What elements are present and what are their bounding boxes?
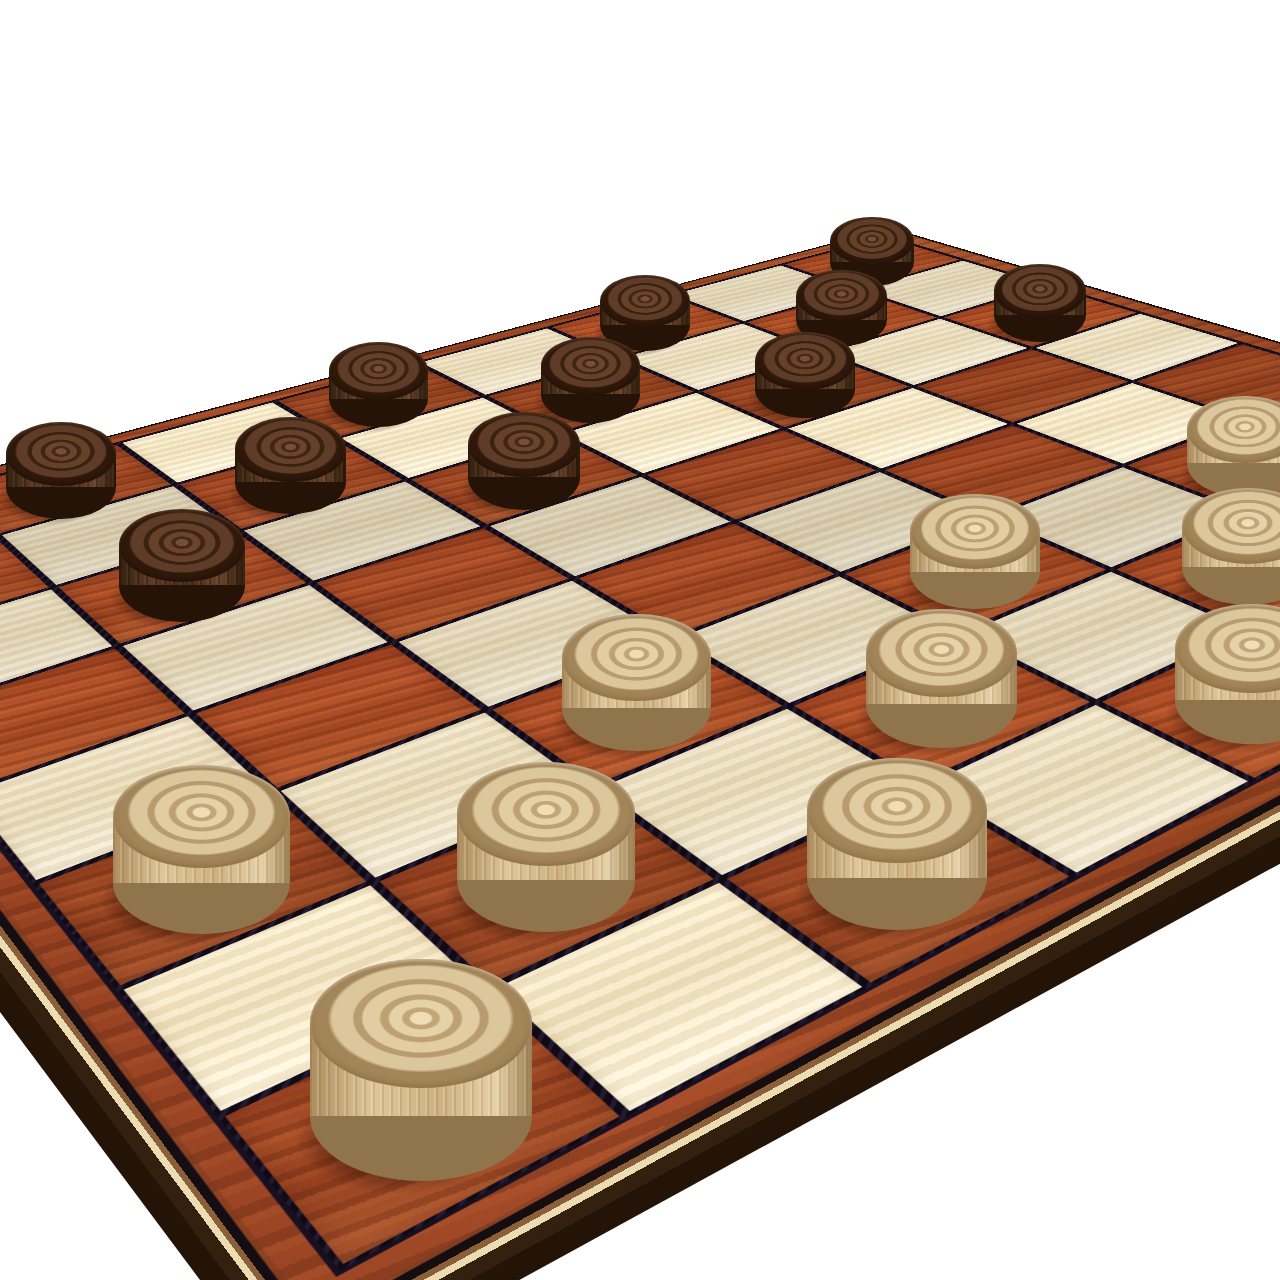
piece-top-face (866, 609, 1017, 697)
checker-dark-r1f4[interactable] (329, 342, 428, 427)
piece-top-face (235, 417, 346, 481)
piece-top-face (830, 217, 913, 265)
piece-top-face (310, 959, 532, 1088)
checker-dark-r3f4[interactable] (468, 412, 580, 510)
piece-top-face (468, 412, 580, 477)
checker-light-r8f1[interactable] (310, 959, 532, 1181)
checker-dark-r3f2[interactable] (119, 509, 245, 622)
checker-dark-r2f3[interactable] (235, 417, 346, 514)
piece-top-face (600, 275, 690, 327)
piece-top-face (910, 494, 1040, 569)
piece-top-face (6, 422, 116, 486)
piece-top-face (113, 765, 290, 868)
piece-top-face (329, 342, 428, 399)
piece-top-face (457, 762, 635, 865)
checker-light-r8f3[interactable] (807, 758, 987, 930)
piece-top-face (807, 758, 987, 863)
checkers-photo-scene (0, 0, 1280, 1280)
checker-light-r7f4[interactable] (866, 609, 1017, 747)
piece-top-face (119, 509, 245, 582)
checker-light-r6f1[interactable] (113, 765, 290, 934)
piece-top-face (541, 337, 641, 395)
checker-dark-r2f5[interactable] (541, 337, 641, 423)
checker-light-r6f3[interactable] (562, 614, 711, 751)
checker-light-r6f7[interactable] (1187, 396, 1280, 497)
checker-dark-r3f8[interactable] (994, 264, 1086, 342)
checker-light-r7f2[interactable] (457, 762, 635, 932)
checker-light-r7f6[interactable] (1182, 488, 1280, 606)
piece-top-face (796, 270, 887, 323)
checker-light-r8f5[interactable] (1175, 604, 1280, 745)
piece-top-face (994, 264, 1086, 317)
checker-dark-r1f2[interactable] (6, 422, 116, 518)
checker-light-r6f5[interactable] (910, 494, 1040, 610)
piece-top-face (562, 614, 711, 700)
checker-dark-r3f6[interactable] (755, 332, 856, 418)
